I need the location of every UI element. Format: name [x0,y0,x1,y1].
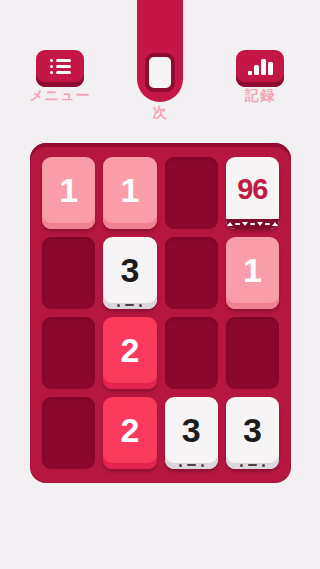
cell-r4c1 [42,397,95,469]
tile-value: 2 [120,333,139,367]
tile-3[interactable]: 3 [226,397,279,469]
tile-1[interactable]: 1 [226,237,279,309]
list-icon [50,59,71,74]
tile-value: 3 [120,253,139,287]
cell-r4c3: 3 [165,397,218,469]
cell-r2c2: 3 [103,237,156,309]
tile-2[interactable]: 2 [103,397,156,469]
tile-value: 3 [182,413,201,447]
records-label: 記録 [190,87,320,105]
next-tile-preview [145,53,175,92]
cell-r2c1 [42,237,95,309]
tile-value: 3 [243,413,262,447]
menu-label: メニュー [0,87,130,105]
records-button[interactable] [236,50,284,87]
next-tile-banner [137,0,183,102]
tile-value: 96 [237,175,267,204]
tile-3[interactable]: 3 [165,397,218,469]
menu-button[interactable] [36,50,84,87]
face-marks [165,463,218,467]
cell-r3c4 [226,317,279,389]
cell-r4c2: 2 [103,397,156,469]
cell-r3c3 [165,317,218,389]
cell-r1c3 [165,157,218,229]
tile-2[interactable]: 2 [103,317,156,389]
monster-face [226,219,279,229]
face-marks [103,303,156,307]
tile-value: 2 [120,413,139,447]
tile-1[interactable]: 1 [103,157,156,229]
cell-r4c4: 3 [226,397,279,469]
tile-value: 1 [120,173,139,207]
next-label: 次 [90,104,230,122]
bar-chart-icon [248,58,273,75]
cell-r3c2: 2 [103,317,156,389]
tile-value: 1 [243,253,262,287]
cell-r2c3 [165,237,218,309]
cell-r3c1 [42,317,95,389]
tile-value: 1 [59,173,78,207]
cell-r2c4: 1 [226,237,279,309]
cell-r1c4: 96 [226,157,279,229]
cell-r1c2: 1 [103,157,156,229]
board[interactable]: 1196312233 [30,143,291,483]
threes-app: 次 メニュー 記録 1196312233 [0,0,320,569]
tile-96[interactable]: 96 [226,157,279,229]
tile-1[interactable]: 1 [42,157,95,229]
cell-r1c1: 1 [42,157,95,229]
face-marks [226,463,279,467]
tile-3[interactable]: 3 [103,237,156,309]
